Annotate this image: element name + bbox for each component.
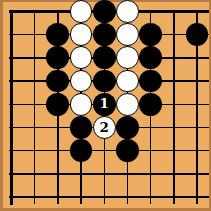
white-stone: [116, 23, 139, 46]
go-diagram: 12: [0, 0, 211, 211]
white-stone: [70, 70, 93, 93]
white-stone: [70, 93, 93, 116]
move-number: 2: [100, 121, 109, 135]
white-stone: [70, 46, 93, 69]
go-board-grid[interactable]: 12: [0, 0, 209, 209]
white-stone: [70, 23, 93, 46]
black-stone: [186, 23, 209, 46]
black-stone: [46, 23, 69, 46]
black-stone: [139, 93, 162, 116]
black-stone: [46, 46, 69, 69]
white-stone: [116, 46, 139, 69]
white-stone: [116, 0, 139, 23]
white-stone: [116, 70, 139, 93]
black-stone: [139, 70, 162, 93]
black-stone: [116, 116, 139, 139]
black-stone: [116, 139, 139, 162]
black-stone: [93, 0, 116, 23]
black-stone: [139, 46, 162, 69]
black-stone: [70, 139, 93, 162]
black-stone: [46, 93, 69, 116]
white-stone: [70, 0, 93, 23]
black-stone: [93, 70, 116, 93]
white-stone: [116, 93, 139, 116]
board-frame-right: [209, 0, 211, 211]
white-stone-move-2: 2: [93, 116, 116, 139]
black-stone: [70, 116, 93, 139]
black-stone: [93, 23, 116, 46]
black-stone: [93, 46, 116, 69]
black-stone-move-1: 1: [93, 93, 116, 116]
black-stone: [139, 23, 162, 46]
move-number: 1: [100, 97, 109, 111]
black-stone: [46, 70, 69, 93]
